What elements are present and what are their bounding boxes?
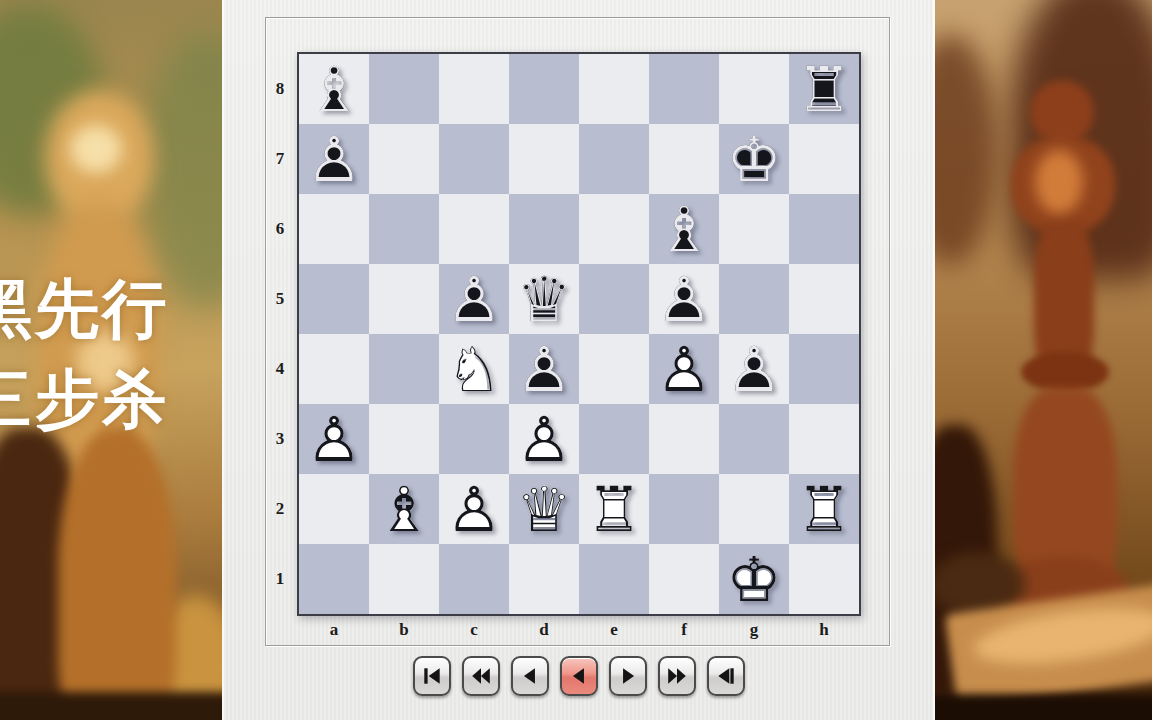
square-e3[interactable]	[579, 404, 649, 474]
rank-label-5: 5	[266, 264, 294, 334]
rank-label-4: 4	[266, 334, 294, 404]
square-h3[interactable]	[789, 404, 859, 474]
square-a5[interactable]	[299, 264, 369, 334]
step-forward-icon	[617, 665, 639, 687]
square-c7[interactable]	[439, 124, 509, 194]
white-knight[interactable]: ♞♘	[439, 334, 509, 404]
square-b7[interactable]	[369, 124, 439, 194]
square-b8[interactable]	[369, 54, 439, 124]
square-g6[interactable]	[719, 194, 789, 264]
square-c3[interactable]	[439, 404, 509, 474]
square-g4[interactable]: ♟♙	[719, 334, 789, 404]
file-label-d: d	[509, 617, 579, 643]
square-d7[interactable]	[509, 124, 579, 194]
puzzle-caption: 黑先行 三步杀	[0, 264, 169, 444]
rank-label-3: 3	[266, 404, 294, 474]
square-a6[interactable]	[299, 194, 369, 264]
chess-viewer-panel: 87654321 ♝♗♜♖♟♙♚♔♝♗♟♙♛♕♟♙♞♘♟♙♟♙♟♙♟♙♟♙♝♗♟…	[222, 0, 935, 720]
file-label-b: b	[369, 617, 439, 643]
fast-rewind-button[interactable]	[462, 656, 500, 696]
square-d4[interactable]: ♟♙	[509, 334, 579, 404]
square-e4[interactable]	[579, 334, 649, 404]
white-pawn[interactable]: ♟♙	[649, 334, 719, 404]
square-f3[interactable]	[649, 404, 719, 474]
square-f2[interactable]	[649, 474, 719, 544]
square-a4[interactable]	[299, 334, 369, 404]
step-back-icon	[568, 665, 590, 687]
blurred-chess-piece	[58, 428, 176, 720]
square-d1[interactable]	[509, 544, 579, 614]
square-g1[interactable]: ♚♔	[719, 544, 789, 614]
white-pawn[interactable]: ♟♙	[439, 474, 509, 544]
square-h6[interactable]	[789, 194, 859, 264]
square-d8[interactable]	[509, 54, 579, 124]
caption-line-2: 三步杀	[0, 354, 169, 444]
white-pawn[interactable]: ♟♙	[509, 404, 579, 474]
step-back-current-button[interactable]	[560, 656, 598, 696]
black-king[interactable]: ♚♔	[719, 124, 789, 194]
square-f4[interactable]: ♟♙	[649, 334, 719, 404]
highlight-glow	[1035, 150, 1083, 214]
skip-to-start-icon	[421, 665, 443, 687]
rank-label-2: 2	[266, 474, 294, 544]
square-h7[interactable]	[789, 124, 859, 194]
file-label-a: a	[299, 617, 369, 643]
chess-board[interactable]: ♝♗♜♖♟♙♚♔♝♗♟♙♛♕♟♙♞♘♟♙♟♙♟♙♟♙♟♙♝♗♟♙♛♕♜♖♜♖♚♔	[297, 52, 861, 616]
square-b6[interactable]	[369, 194, 439, 264]
black-bishop[interactable]: ♝♗	[299, 54, 369, 124]
rank-label-7: 7	[266, 124, 294, 194]
black-pawn[interactable]: ♟♙	[439, 264, 509, 334]
square-f6[interactable]: ♝♗	[649, 194, 719, 264]
square-e5[interactable]	[579, 264, 649, 334]
wooden-piece-finial	[1030, 80, 1094, 144]
square-b2[interactable]: ♝♗	[369, 474, 439, 544]
square-b5[interactable]	[369, 264, 439, 334]
black-pawn[interactable]: ♟♙	[299, 124, 369, 194]
square-b3[interactable]	[369, 404, 439, 474]
go-to-start-button[interactable]	[413, 656, 451, 696]
step-back-button[interactable]	[511, 656, 549, 696]
file-labels: abcdefgh	[299, 617, 859, 643]
white-rook[interactable]: ♜♖	[579, 474, 649, 544]
square-a2[interactable]	[299, 474, 369, 544]
square-d6[interactable]	[509, 194, 579, 264]
square-a8[interactable]: ♝♗	[299, 54, 369, 124]
square-d5[interactable]: ♛♕	[509, 264, 579, 334]
square-g8[interactable]	[719, 54, 789, 124]
file-label-e: e	[579, 617, 649, 643]
square-a3[interactable]: ♟♙	[299, 404, 369, 474]
white-pawn[interactable]: ♟♙	[299, 404, 369, 474]
square-g7[interactable]: ♚♔	[719, 124, 789, 194]
square-c2[interactable]: ♟♙	[439, 474, 509, 544]
square-c8[interactable]	[439, 54, 509, 124]
square-e2[interactable]: ♜♖	[579, 474, 649, 544]
fast-forward-button[interactable]	[658, 656, 696, 696]
square-g3[interactable]	[719, 404, 789, 474]
square-b4[interactable]	[369, 334, 439, 404]
square-h1[interactable]	[789, 544, 859, 614]
caption-line-1: 黑先行	[0, 264, 169, 354]
background-photo-right	[935, 0, 1152, 720]
black-bishop[interactable]: ♝♗	[649, 194, 719, 264]
blurred-chess-piece	[935, 35, 998, 265]
square-c5[interactable]: ♟♙	[439, 264, 509, 334]
file-label-h: h	[789, 617, 859, 643]
rank-label-1: 1	[266, 544, 294, 614]
fast-forward-icon	[666, 665, 688, 687]
square-a7[interactable]: ♟♙	[299, 124, 369, 194]
square-g2[interactable]	[719, 474, 789, 544]
black-pawn[interactable]: ♟♙	[649, 264, 719, 334]
square-a1[interactable]	[299, 544, 369, 614]
screen: 黑先行 三步杀 87654321 ♝♗♜♖♟♙♚♔♝♗♟♙♛♕♟♙♞♘♟♙♟♙♟…	[0, 0, 1152, 720]
board-frame-edge	[935, 694, 1152, 720]
square-d2[interactable]: ♛♕	[509, 474, 579, 544]
square-c4[interactable]: ♞♘	[439, 334, 509, 404]
black-rook[interactable]: ♜♖	[789, 54, 859, 124]
square-c6[interactable]	[439, 194, 509, 264]
square-d3[interactable]: ♟♙	[509, 404, 579, 474]
fast-rewind-icon	[470, 665, 492, 687]
skip-to-end-icon	[715, 665, 737, 687]
rank-labels: 87654321	[266, 54, 294, 614]
square-e1[interactable]	[579, 544, 649, 614]
go-to-end-button[interactable]	[707, 656, 745, 696]
white-queen[interactable]: ♛♕	[509, 474, 579, 544]
square-f1[interactable]	[649, 544, 719, 614]
step-forward-button[interactable]	[609, 656, 647, 696]
wooden-piece-ring	[1021, 352, 1109, 392]
white-rook[interactable]: ♜♖	[789, 474, 859, 544]
rank-label-8: 8	[266, 54, 294, 124]
square-h8[interactable]: ♜♖	[789, 54, 859, 124]
square-e8[interactable]	[579, 54, 649, 124]
background-photo-left: 黑先行 三步杀	[0, 0, 222, 720]
white-bishop[interactable]: ♝♗	[369, 474, 439, 544]
black-queen[interactable]: ♛♕	[509, 264, 579, 334]
square-g5[interactable]	[719, 264, 789, 334]
file-label-f: f	[649, 617, 719, 643]
file-label-c: c	[439, 617, 509, 643]
black-pawn[interactable]: ♟♙	[509, 334, 579, 404]
blurred-board-edge	[0, 692, 222, 720]
highlight-glow	[70, 125, 122, 173]
square-f8[interactable]	[649, 54, 719, 124]
step-back-icon	[519, 665, 541, 687]
playback-controls	[222, 656, 935, 696]
square-b1[interactable]	[369, 544, 439, 614]
square-f7[interactable]	[649, 124, 719, 194]
square-c1[interactable]	[439, 544, 509, 614]
square-e6[interactable]	[579, 194, 649, 264]
square-f5[interactable]: ♟♙	[649, 264, 719, 334]
square-e7[interactable]	[579, 124, 649, 194]
square-h2[interactable]: ♜♖	[789, 474, 859, 544]
file-label-g: g	[719, 617, 789, 643]
square-h5[interactable]	[789, 264, 859, 334]
square-h4[interactable]	[789, 334, 859, 404]
rank-label-6: 6	[266, 194, 294, 264]
white-king[interactable]: ♚♔	[719, 544, 789, 614]
black-pawn[interactable]: ♟♙	[719, 334, 789, 404]
